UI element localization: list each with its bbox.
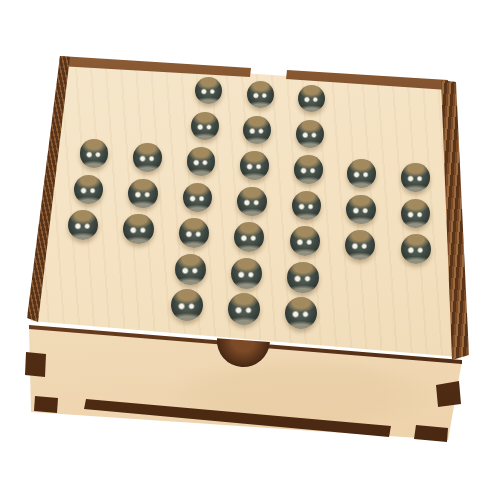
marble[interactable] (187, 147, 216, 176)
marble[interactable] (179, 218, 209, 248)
marble[interactable] (237, 187, 267, 217)
marble[interactable] (285, 297, 317, 329)
marble-layer (0, 0, 500, 500)
marble[interactable] (345, 230, 375, 260)
marble[interactable] (292, 191, 322, 221)
marble[interactable] (347, 159, 376, 188)
marble[interactable] (171, 289, 203, 321)
marble[interactable] (74, 175, 104, 205)
marble[interactable] (346, 195, 376, 225)
product-photo (0, 0, 500, 500)
marble[interactable] (247, 81, 274, 108)
marble[interactable] (80, 139, 109, 168)
marble[interactable] (231, 258, 262, 289)
marble[interactable] (287, 262, 318, 293)
marble[interactable] (195, 77, 222, 104)
marble[interactable] (243, 116, 271, 144)
marble[interactable] (294, 155, 323, 184)
marble[interactable] (133, 143, 162, 172)
marble[interactable] (228, 293, 260, 325)
marble[interactable] (401, 199, 431, 229)
marble[interactable] (183, 183, 213, 213)
marble[interactable] (234, 222, 264, 252)
marble[interactable] (128, 179, 158, 209)
marble[interactable] (401, 234, 431, 264)
marble[interactable] (175, 254, 206, 285)
marble[interactable] (401, 163, 430, 192)
marble[interactable] (240, 151, 269, 180)
marble[interactable] (296, 120, 324, 148)
marble[interactable] (68, 210, 98, 240)
marble[interactable] (123, 214, 153, 244)
marble[interactable] (298, 85, 325, 112)
marble[interactable] (191, 112, 219, 140)
marble[interactable] (290, 226, 320, 256)
